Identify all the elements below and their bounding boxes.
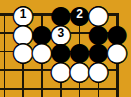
go-board: ●1●●2●●●●3●●●●●●●●●●● xyxy=(0,5,127,97)
go-diagram: ●1●●2●●●●3●●●●●●●●●●● xyxy=(0,0,131,97)
board-intersection: ● xyxy=(108,42,127,61)
board-intersection xyxy=(33,80,52,97)
board-intersection: ● xyxy=(89,61,108,80)
board-intersection: ● xyxy=(14,42,33,61)
board-intersection: ● xyxy=(51,61,70,80)
white-stone: ● xyxy=(51,61,70,80)
stone-glyph: ● xyxy=(87,61,109,80)
board-intersection xyxy=(14,80,33,97)
board-intersection: ● xyxy=(33,42,52,61)
white-stone: ● xyxy=(14,42,33,61)
board-intersection xyxy=(108,80,127,97)
white-stone: ● xyxy=(89,61,108,80)
board-intersection xyxy=(0,80,14,97)
white-stone: ● xyxy=(33,42,52,61)
white-stone: ● xyxy=(108,42,127,61)
stone-glyph: ● xyxy=(106,42,128,61)
